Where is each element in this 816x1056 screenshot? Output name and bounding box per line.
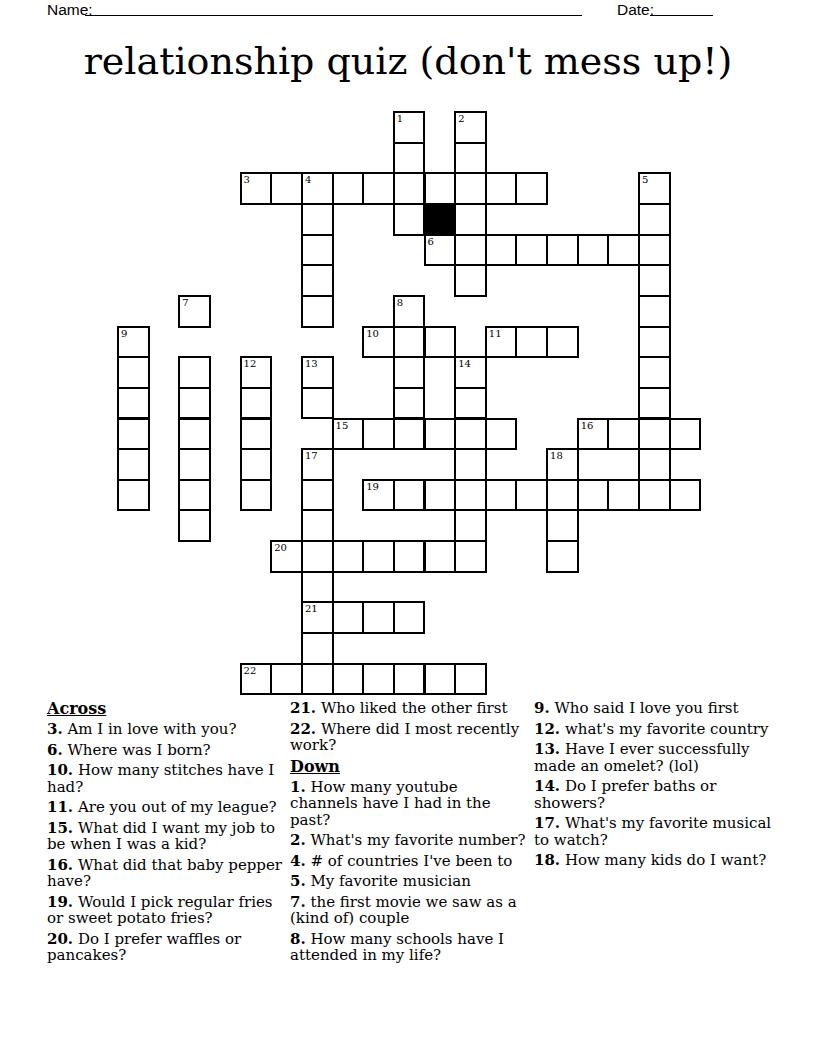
clue-number: 15. <box>47 819 73 837</box>
grid-cell[interactable] <box>301 479 334 512</box>
grid-cell[interactable]: 18 <box>546 448 579 481</box>
grid-cell[interactable] <box>424 540 457 573</box>
clue-number: 10. <box>47 761 73 779</box>
cell-number: 10 <box>366 328 379 339</box>
grid-cell[interactable] <box>362 172 395 205</box>
date-fill-line[interactable] <box>650 2 713 16</box>
grid-cell[interactable] <box>178 356 211 389</box>
clue-number: 14. <box>534 777 560 795</box>
grid-cell[interactable] <box>393 326 426 359</box>
grid-cell[interactable] <box>178 448 211 481</box>
clue: 3. Am I in love with you? <box>47 721 287 738</box>
clue-text: How many stitches have I had? <box>47 761 274 796</box>
black-cell <box>424 203 457 236</box>
clue-text: What's my favorite number? <box>306 831 526 849</box>
grid-cell[interactable] <box>270 663 303 696</box>
clue: 22. Where did I most recently work? <box>290 721 530 754</box>
grid-cell[interactable] <box>393 479 426 512</box>
grid-cell[interactable] <box>117 448 150 481</box>
grid-cell[interactable] <box>393 387 426 420</box>
crossword-grid: 12345678910111213141516171819202122 <box>117 111 702 696</box>
clue-text: What did I want my job to be when I was … <box>47 819 275 854</box>
grid-cell[interactable] <box>332 172 365 205</box>
clue-text: Do I prefer baths or showers? <box>534 777 716 812</box>
grid-cell[interactable] <box>178 418 211 451</box>
clue-text: the first movie we saw as a (kind of) co… <box>290 893 517 928</box>
grid-cell[interactable] <box>638 387 671 420</box>
clue-number: 22. <box>290 720 316 738</box>
cell-number: 11 <box>489 328 502 339</box>
cell-number: 20 <box>274 542 287 553</box>
cell-number: 16 <box>581 420 594 431</box>
grid-cell[interactable] <box>393 172 426 205</box>
grid-cell[interactable] <box>607 418 640 451</box>
grid-cell[interactable] <box>577 234 610 267</box>
grid-cell[interactable] <box>393 418 426 451</box>
grid-cell[interactable] <box>546 540 579 573</box>
grid-cell[interactable] <box>607 234 640 267</box>
cell-number: 22 <box>244 665 257 676</box>
grid-cell[interactable] <box>117 356 150 389</box>
clue: 18. How many kids do I want? <box>534 852 774 869</box>
clue: 5. My favorite musician <box>290 873 530 890</box>
grid-cell[interactable] <box>424 479 457 512</box>
clue-number: 16. <box>47 856 73 874</box>
grid-cell[interactable]: 13 <box>301 356 334 389</box>
grid-cell[interactable] <box>638 295 671 328</box>
grid-cell[interactable] <box>117 479 150 512</box>
clue-text: Where was I born? <box>63 741 211 759</box>
grid-cell[interactable] <box>454 418 487 451</box>
grid-cell[interactable] <box>454 387 487 420</box>
clue-number: 12. <box>534 720 560 738</box>
grid-cell[interactable] <box>424 172 457 205</box>
grid-cell[interactable]: 8 <box>393 295 426 328</box>
grid-cell[interactable] <box>301 540 334 573</box>
grid-cell[interactable]: 3 <box>240 172 273 205</box>
cell-number: 8 <box>397 297 403 308</box>
grid-cell[interactable] <box>240 479 273 512</box>
grid-cell[interactable]: 14 <box>454 356 487 389</box>
name-fill-line[interactable] <box>85 2 582 16</box>
grid-cell[interactable] <box>362 663 395 696</box>
clue-text: Are you out of my league? <box>73 798 276 816</box>
clue: 19. Would I pick regular fries or sweet … <box>47 894 287 927</box>
clue: 21. Who liked the other first <box>290 700 530 717</box>
clue-text: How many kids do I want? <box>560 851 766 869</box>
grid-cell[interactable] <box>240 448 273 481</box>
grid-cell[interactable] <box>301 203 334 236</box>
grid-cell[interactable]: 10 <box>362 326 395 359</box>
clue: 17. What's my favorite musical to watch? <box>534 815 774 848</box>
grid-cell[interactable] <box>301 571 334 604</box>
grid-cell[interactable] <box>454 234 487 267</box>
cell-number: 5 <box>642 174 648 185</box>
down-heading: Down <box>290 758 530 776</box>
grid-cell[interactable] <box>301 663 334 696</box>
clue-number: 6. <box>47 741 63 759</box>
clue-number: 17. <box>534 814 560 832</box>
clue-text: Am I in love with you? <box>63 720 237 738</box>
grid-cell[interactable] <box>669 418 702 451</box>
grid-cell[interactable] <box>240 418 273 451</box>
grid-cell[interactable]: 15 <box>332 418 365 451</box>
grid-cell[interactable] <box>178 479 211 512</box>
clue: 15. What did I want my job to be when I … <box>47 820 287 853</box>
cell-number: 6 <box>428 236 434 247</box>
clue: 6. Where was I born? <box>47 742 287 759</box>
clue-text: How many schools have I attended in my l… <box>290 930 504 965</box>
grid-cell[interactable] <box>485 234 518 267</box>
clues-column-2: 21. Who liked the other first22. Where d… <box>290 700 530 968</box>
clue: 4. # of countries I've been to <box>290 853 530 870</box>
grid-cell[interactable] <box>424 418 457 451</box>
grid-cell[interactable] <box>454 540 487 573</box>
grid-cell[interactable] <box>669 479 702 512</box>
grid-cell[interactable] <box>515 479 548 512</box>
clue-number: 7. <box>290 893 306 911</box>
grid-cell[interactable]: 16 <box>577 418 610 451</box>
grid-cell[interactable] <box>577 479 610 512</box>
grid-cell[interactable]: 1 <box>393 111 426 144</box>
cell-number: 7 <box>182 297 188 308</box>
grid-cell[interactable] <box>638 479 671 512</box>
cell-number: 3 <box>244 174 250 185</box>
grid-cell[interactable] <box>546 326 579 359</box>
clue-number: 9. <box>534 699 550 717</box>
cell-number: 14 <box>458 358 471 369</box>
worksheet-page: Name: Date: relationship quiz (don't mes… <box>0 0 816 1056</box>
grid-cell[interactable] <box>393 203 426 236</box>
clue: 7. the first movie we saw as a (kind of)… <box>290 894 530 927</box>
grid-cell[interactable] <box>362 540 395 573</box>
page-title: relationship quiz (don't mess up!) <box>0 40 816 84</box>
grid-cell[interactable] <box>546 509 579 542</box>
clue-number: 2. <box>290 831 306 849</box>
clue-number: 19. <box>47 893 73 911</box>
cell-number: 21 <box>305 603 318 614</box>
grid-cell[interactable] <box>454 172 487 205</box>
cell-number: 9 <box>121 328 127 339</box>
clue-text: Do I prefer waffles or pancakes? <box>47 930 241 965</box>
clue-number: 8. <box>290 930 306 948</box>
grid-cell[interactable] <box>454 142 487 175</box>
clue: 2. What's my favorite number? <box>290 832 530 849</box>
grid-cell[interactable] <box>638 234 671 267</box>
grid-cell[interactable] <box>424 663 457 696</box>
grid-cell[interactable] <box>546 479 579 512</box>
grid-cell[interactable] <box>178 509 211 542</box>
clue-text: Who said I love you first <box>550 699 739 717</box>
clue-text: Where did I most recently work? <box>290 720 519 755</box>
cell-number: 4 <box>305 174 311 185</box>
cell-number: 1 <box>397 113 403 124</box>
grid-cell[interactable] <box>178 387 211 420</box>
grid-cell[interactable] <box>454 448 487 481</box>
grid-cell[interactable] <box>393 540 426 573</box>
clue-text: Have I ever successfully made an omelet?… <box>534 740 750 775</box>
clue-number: 13. <box>534 740 560 758</box>
clue: 16. What did that baby pepper have? <box>47 857 287 890</box>
grid-cell[interactable] <box>454 663 487 696</box>
clue: 20. Do I prefer waffles or pancakes? <box>47 931 287 964</box>
grid-cell[interactable] <box>515 234 548 267</box>
clue-text: Who liked the other first <box>316 699 507 717</box>
cell-number: 19 <box>366 481 379 492</box>
grid-cell[interactable] <box>117 387 150 420</box>
clues-column-3: 9. Who said I love you first12. what's m… <box>534 700 774 873</box>
clue-number: 20. <box>47 930 73 948</box>
grid-cell[interactable] <box>515 172 548 205</box>
grid-cell[interactable]: 2 <box>454 111 487 144</box>
cell-number: 15 <box>336 420 349 431</box>
grid-cell[interactable] <box>638 203 671 236</box>
clue: 9. Who said I love you first <box>534 700 774 717</box>
grid-cell[interactable] <box>117 418 150 451</box>
grid-cell[interactable] <box>485 172 518 205</box>
grid-cell[interactable] <box>332 663 365 696</box>
clue-number: 4. <box>290 852 306 870</box>
clue-text: Would I pick regular fries or sweet pota… <box>47 893 273 928</box>
grid-cell[interactable] <box>332 601 365 634</box>
grid-cell[interactable] <box>301 295 334 328</box>
grid-cell[interactable]: 21 <box>301 601 334 634</box>
clue: 8. How many schools have I attended in m… <box>290 931 530 964</box>
clue-text: My favorite musician <box>306 872 471 890</box>
grid-cell[interactable] <box>393 663 426 696</box>
grid-cell[interactable] <box>485 479 518 512</box>
clue: 13. Have I ever successfully made an ome… <box>534 741 774 774</box>
grid-cell[interactable] <box>515 326 548 359</box>
clue-number: 3. <box>47 720 63 738</box>
grid-cell[interactable]: 12 <box>240 356 273 389</box>
grid-cell[interactable] <box>485 418 518 451</box>
grid-cell[interactable] <box>607 479 640 512</box>
grid-cell[interactable] <box>301 509 334 542</box>
grid-cell[interactable]: 4 <box>301 172 334 205</box>
date-label: Date: <box>617 1 654 19</box>
grid-cell[interactable] <box>424 326 457 359</box>
clues-column-1: Across3. Am I in love with you?6. Where … <box>47 700 287 968</box>
grid-cell[interactable]: 19 <box>362 479 395 512</box>
grid-cell[interactable] <box>301 234 334 267</box>
grid-cell[interactable] <box>362 418 395 451</box>
clue: 12. what's my favorite country <box>534 721 774 738</box>
grid-cell[interactable]: 9 <box>117 326 150 359</box>
grid-cell[interactable] <box>393 142 426 175</box>
clue-number: 1. <box>290 778 306 796</box>
clue-text: What did that baby pepper have? <box>47 856 282 891</box>
grid-cell[interactable] <box>301 387 334 420</box>
grid-cell[interactable] <box>638 418 671 451</box>
clue: 11. Are you out of my league? <box>47 799 287 816</box>
clue: 14. Do I prefer baths or showers? <box>534 778 774 811</box>
grid-cell[interactable] <box>301 264 334 297</box>
clue: 10. How many stitches have I had? <box>47 762 287 795</box>
clue-number: 21. <box>290 699 316 717</box>
cell-number: 12 <box>244 358 257 369</box>
clue-text: What's my favorite musical to watch? <box>534 814 771 849</box>
grid-cell[interactable] <box>638 356 671 389</box>
clue-number: 18. <box>534 851 560 869</box>
cell-number: 18 <box>550 450 563 461</box>
grid-cell[interactable]: 22 <box>240 663 273 696</box>
clue-number: 5. <box>290 872 306 890</box>
across-heading: Across <box>47 700 287 718</box>
grid-cell[interactable]: 7 <box>178 295 211 328</box>
grid-cell[interactable]: 20 <box>270 540 303 573</box>
grid-cell[interactable]: 11 <box>485 326 518 359</box>
cell-number: 17 <box>305 450 318 461</box>
cell-number: 13 <box>305 358 318 369</box>
cell-number: 2 <box>458 113 464 124</box>
grid-cell[interactable] <box>301 632 334 665</box>
grid-cell[interactable] <box>393 601 426 634</box>
clue: 1. How many youtube channels have I had … <box>290 779 530 829</box>
grid-cell[interactable] <box>638 264 671 297</box>
grid-cell[interactable]: 5 <box>638 172 671 205</box>
grid-cell[interactable] <box>638 448 671 481</box>
grid-cell[interactable] <box>362 601 395 634</box>
grid-cell[interactable] <box>454 264 487 297</box>
grid-cell[interactable] <box>454 203 487 236</box>
clue-text: # of countries I've been to <box>306 852 513 870</box>
grid-cell[interactable] <box>454 479 487 512</box>
grid-cell[interactable] <box>240 387 273 420</box>
grid-cell[interactable] <box>393 356 426 389</box>
grid-cell[interactable] <box>454 509 487 542</box>
grid-cell[interactable]: 17 <box>301 448 334 481</box>
grid-cell[interactable] <box>332 540 365 573</box>
grid-cell[interactable] <box>546 234 579 267</box>
grid-cell[interactable] <box>270 172 303 205</box>
grid-cell[interactable]: 6 <box>424 234 457 267</box>
grid-cell[interactable] <box>638 326 671 359</box>
clue-text: How many youtube channels have I had in … <box>290 778 491 829</box>
clue-text: what's my favorite country <box>560 720 768 738</box>
clue-number: 11. <box>47 798 73 816</box>
